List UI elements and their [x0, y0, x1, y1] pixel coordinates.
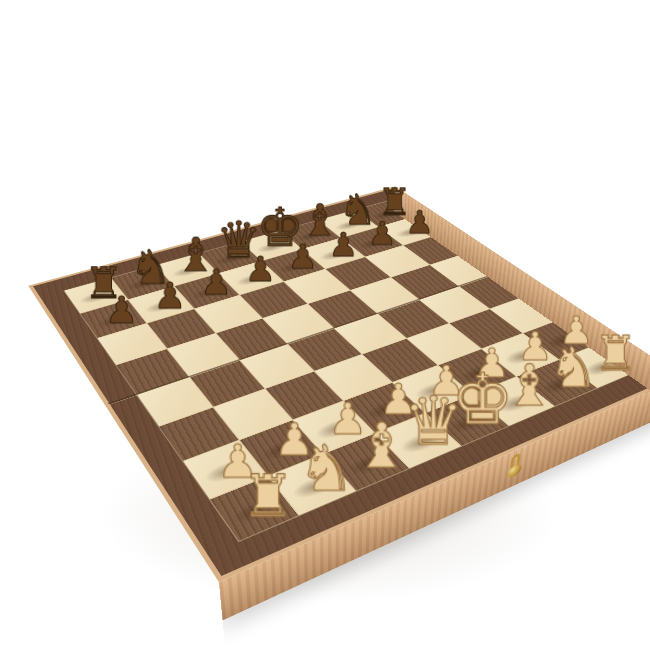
piece-black-pawn[interactable]: ♟	[406, 207, 435, 239]
piece-black-pawn[interactable]: ♟	[200, 265, 232, 300]
piece-white-knight[interactable]: ♞	[298, 437, 355, 500]
piece-black-pawn[interactable]: ♟	[368, 217, 397, 249]
piece-white-knight[interactable]: ♞	[549, 340, 599, 395]
piece-white-rook[interactable]: ♜	[594, 329, 637, 377]
clasp-knob-icon	[507, 462, 522, 479]
piece-white-rook[interactable]: ♜	[241, 467, 294, 526]
piece-black-pawn[interactable]: ♟	[105, 292, 138, 329]
piece-black-pawn[interactable]: ♟	[245, 252, 276, 287]
piece-black-pawn[interactable]: ♟	[288, 240, 318, 274]
product-photo: ♜♞♝♛♚♝♞♜♟♟♟♟♟♟♟♟♟♟♟♟♟♟♟♟♜♞♝♛♚♝♞♜	[0, 0, 650, 650]
piece-white-queen[interactable]: ♛	[403, 388, 463, 455]
piece-black-pawn[interactable]: ♟	[329, 229, 359, 262]
piece-white-bishop[interactable]: ♝	[354, 415, 409, 477]
piece-black-pawn[interactable]: ♟	[153, 278, 185, 314]
brass-clasp[interactable]	[503, 449, 529, 485]
